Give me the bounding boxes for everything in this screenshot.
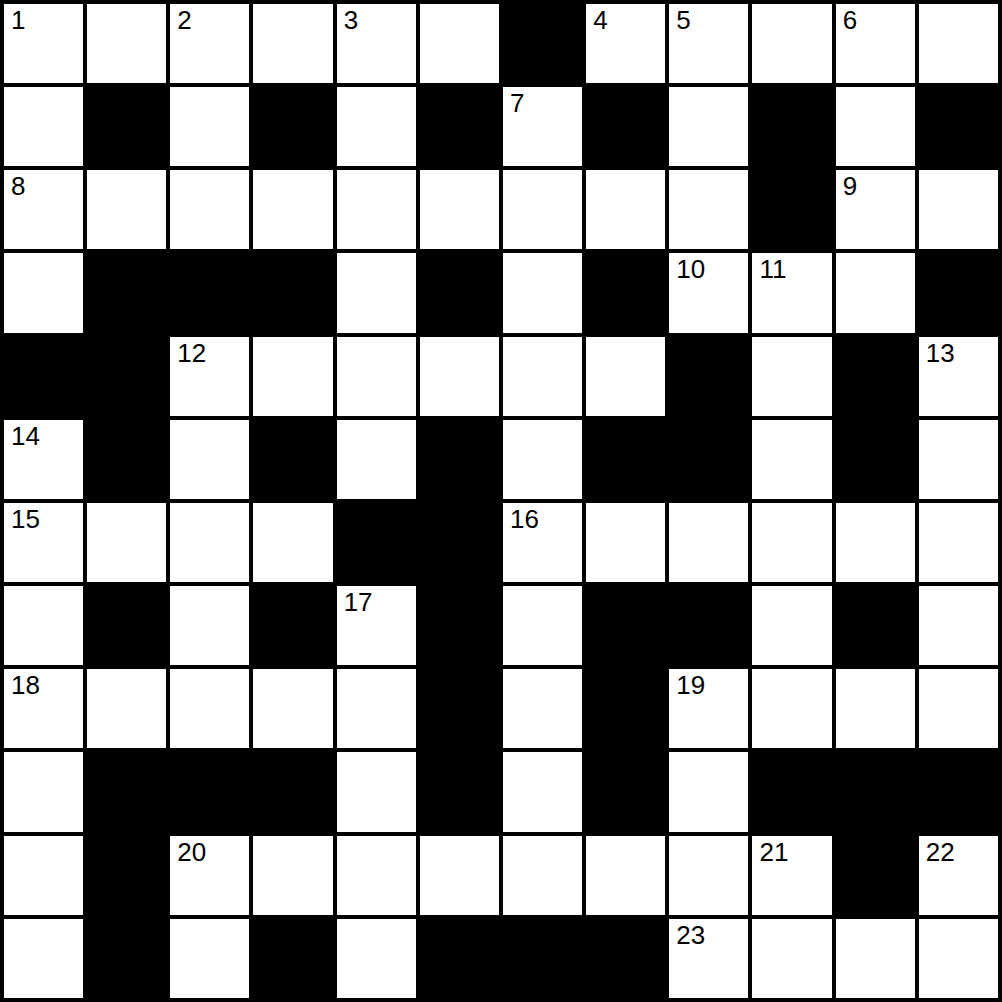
black-cell <box>420 919 499 998</box>
white-cell[interactable] <box>337 752 416 831</box>
clue-number: 5 <box>676 7 690 33</box>
white-cell[interactable] <box>170 919 249 998</box>
black-cell <box>420 503 499 582</box>
white-cell[interactable] <box>503 752 582 831</box>
black-cell <box>752 170 831 249</box>
white-cell[interactable]: 3 <box>337 4 416 83</box>
white-cell[interactable] <box>586 503 665 582</box>
clue-number: 16 <box>510 506 539 532</box>
white-cell[interactable] <box>337 337 416 416</box>
white-cell[interactable] <box>836 503 915 582</box>
white-cell[interactable] <box>420 170 499 249</box>
white-cell[interactable] <box>503 337 582 416</box>
black-cell <box>87 337 166 416</box>
white-cell[interactable]: 11 <box>752 253 831 332</box>
black-cell <box>586 919 665 998</box>
white-cell[interactable]: 10 <box>669 253 748 332</box>
white-cell[interactable] <box>752 919 831 998</box>
black-cell <box>87 919 166 998</box>
clue-number: 12 <box>177 340 206 366</box>
black-cell <box>836 752 915 831</box>
black-cell <box>586 752 665 831</box>
white-cell[interactable]: 9 <box>836 170 915 249</box>
white-cell[interactable] <box>586 836 665 915</box>
white-cell[interactable] <box>669 752 748 831</box>
white-cell[interactable] <box>669 836 748 915</box>
white-cell[interactable]: 2 <box>170 4 249 83</box>
black-cell <box>87 836 166 915</box>
black-cell <box>586 420 665 499</box>
clue-number: 1 <box>11 7 25 33</box>
clue-number: 19 <box>676 672 705 698</box>
white-cell[interactable] <box>253 669 332 748</box>
white-cell[interactable]: 13 <box>919 337 998 416</box>
white-cell[interactable] <box>919 420 998 499</box>
white-cell[interactable] <box>919 503 998 582</box>
black-cell <box>420 752 499 831</box>
white-cell[interactable]: 14 <box>4 420 83 499</box>
white-cell[interactable] <box>420 4 499 83</box>
white-cell[interactable] <box>503 420 582 499</box>
white-cell[interactable] <box>836 87 915 166</box>
white-cell[interactable] <box>170 669 249 748</box>
white-cell[interactable] <box>752 503 831 582</box>
white-cell[interactable] <box>836 669 915 748</box>
clue-number: 3 <box>344 7 358 33</box>
white-cell[interactable] <box>919 669 998 748</box>
black-cell <box>253 586 332 665</box>
clue-number: 2 <box>177 7 191 33</box>
black-cell <box>586 669 665 748</box>
white-cell[interactable] <box>87 170 166 249</box>
black-cell <box>253 420 332 499</box>
clue-number: 20 <box>177 839 206 865</box>
black-cell <box>503 4 582 83</box>
black-cell <box>919 752 998 831</box>
white-cell[interactable] <box>170 503 249 582</box>
black-cell <box>836 337 915 416</box>
black-cell <box>420 420 499 499</box>
clue-number: 17 <box>344 589 373 615</box>
black-cell <box>87 420 166 499</box>
white-cell[interactable] <box>752 4 831 83</box>
black-cell <box>253 752 332 831</box>
white-cell[interactable] <box>586 170 665 249</box>
white-cell[interactable]: 5 <box>669 4 748 83</box>
white-cell[interactable] <box>4 87 83 166</box>
white-cell[interactable] <box>170 170 249 249</box>
white-cell[interactable] <box>919 919 998 998</box>
white-cell[interactable] <box>919 586 998 665</box>
black-cell <box>919 253 998 332</box>
white-cell[interactable] <box>836 253 915 332</box>
white-cell[interactable] <box>503 170 582 249</box>
black-cell <box>253 87 332 166</box>
black-cell <box>4 337 83 416</box>
white-cell[interactable]: 8 <box>4 170 83 249</box>
white-cell[interactable] <box>503 586 582 665</box>
white-cell[interactable] <box>337 87 416 166</box>
white-cell[interactable] <box>420 337 499 416</box>
clue-number: 6 <box>843 7 857 33</box>
black-cell <box>669 337 748 416</box>
black-cell <box>420 586 499 665</box>
white-cell[interactable] <box>253 4 332 83</box>
white-cell[interactable] <box>503 669 582 748</box>
black-cell <box>586 253 665 332</box>
black-cell <box>337 503 416 582</box>
black-cell <box>420 87 499 166</box>
white-cell[interactable]: 20 <box>170 836 249 915</box>
white-cell[interactable] <box>669 87 748 166</box>
black-cell <box>87 87 166 166</box>
black-cell <box>669 420 748 499</box>
white-cell[interactable] <box>170 586 249 665</box>
white-cell[interactable] <box>752 337 831 416</box>
black-cell <box>752 87 831 166</box>
white-cell[interactable] <box>919 170 998 249</box>
black-cell <box>420 253 499 332</box>
white-cell[interactable] <box>170 87 249 166</box>
black-cell <box>752 752 831 831</box>
white-cell[interactable] <box>337 919 416 998</box>
crossword-board: 1234567891011121314151617181920212223 <box>0 0 1002 1002</box>
white-cell[interactable] <box>503 836 582 915</box>
white-cell[interactable] <box>253 836 332 915</box>
black-cell <box>420 669 499 748</box>
white-cell[interactable]: 1 <box>4 4 83 83</box>
black-cell <box>87 752 166 831</box>
black-cell <box>669 586 748 665</box>
white-cell[interactable] <box>752 586 831 665</box>
black-cell <box>919 87 998 166</box>
clue-number: 18 <box>11 672 40 698</box>
white-cell[interactable] <box>87 4 166 83</box>
white-cell[interactable]: 7 <box>503 87 582 166</box>
white-cell[interactable] <box>586 337 665 416</box>
white-cell[interactable] <box>4 919 83 998</box>
white-cell[interactable] <box>337 253 416 332</box>
white-cell[interactable]: 15 <box>4 503 83 582</box>
white-cell[interactable] <box>669 503 748 582</box>
clue-number: 23 <box>676 922 705 948</box>
clue-number: 8 <box>11 173 25 199</box>
clue-number: 14 <box>11 423 40 449</box>
black-cell <box>253 919 332 998</box>
black-cell <box>170 253 249 332</box>
white-cell[interactable] <box>87 503 166 582</box>
black-cell <box>87 253 166 332</box>
clue-number: 9 <box>843 173 857 199</box>
white-cell[interactable]: 21 <box>752 836 831 915</box>
white-cell[interactable] <box>836 919 915 998</box>
white-cell[interactable] <box>253 170 332 249</box>
white-cell[interactable] <box>4 836 83 915</box>
white-cell[interactable] <box>337 420 416 499</box>
clue-number: 15 <box>11 506 40 532</box>
white-cell[interactable] <box>669 170 748 249</box>
black-cell <box>836 836 915 915</box>
white-cell[interactable] <box>337 669 416 748</box>
black-cell <box>836 586 915 665</box>
white-cell[interactable]: 18 <box>4 669 83 748</box>
white-cell[interactable] <box>420 836 499 915</box>
clue-number: 7 <box>510 90 524 116</box>
clue-number: 22 <box>926 839 955 865</box>
white-cell[interactable] <box>170 420 249 499</box>
clue-number: 11 <box>759 256 786 282</box>
clue-number: 10 <box>676 256 705 282</box>
white-cell[interactable] <box>4 253 83 332</box>
white-cell[interactable] <box>4 752 83 831</box>
white-cell[interactable]: 16 <box>503 503 582 582</box>
white-cell[interactable] <box>752 669 831 748</box>
black-cell <box>586 586 665 665</box>
white-cell[interactable] <box>919 4 998 83</box>
black-cell <box>586 87 665 166</box>
black-cell <box>503 919 582 998</box>
white-cell[interactable] <box>337 836 416 915</box>
white-cell[interactable] <box>253 503 332 582</box>
white-cell[interactable] <box>87 669 166 748</box>
black-cell <box>87 586 166 665</box>
white-cell[interactable]: 12 <box>170 337 249 416</box>
white-cell[interactable]: 22 <box>919 836 998 915</box>
white-cell[interactable]: 19 <box>669 669 748 748</box>
white-cell[interactable] <box>4 586 83 665</box>
white-cell[interactable] <box>752 420 831 499</box>
white-cell[interactable]: 23 <box>669 919 748 998</box>
white-cell[interactable] <box>503 253 582 332</box>
black-cell <box>170 752 249 831</box>
white-cell[interactable] <box>337 170 416 249</box>
clue-number: 4 <box>593 7 607 33</box>
white-cell[interactable]: 6 <box>836 4 915 83</box>
white-cell[interactable] <box>253 337 332 416</box>
black-cell <box>836 420 915 499</box>
clue-number: 13 <box>926 340 955 366</box>
white-cell[interactable]: 4 <box>586 4 665 83</box>
white-cell[interactable]: 17 <box>337 586 416 665</box>
black-cell <box>253 253 332 332</box>
clue-number: 21 <box>759 839 788 865</box>
